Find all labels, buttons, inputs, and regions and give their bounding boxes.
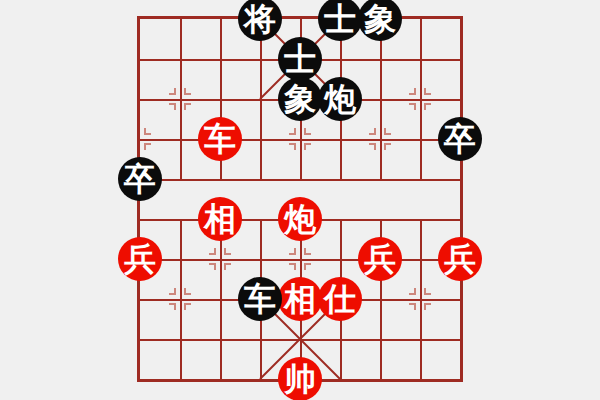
black-cannon[interactable]: 炮 [318, 77, 362, 121]
black-soldier[interactable]: 卒 [118, 157, 162, 201]
red-soldier[interactable]: 兵 [118, 237, 162, 281]
red-advisor[interactable]: 仕 [318, 277, 362, 321]
black-soldier[interactable]: 卒 [438, 117, 482, 161]
xiangqi-board: 将士象士象炮车卒卒相炮兵兵兵车相仕帅 [140, 19, 460, 379]
black-advisor[interactable]: 士 [318, 0, 362, 41]
pieces-layer: 将士象士象炮车卒卒相炮兵兵兵车相仕帅 [140, 19, 460, 379]
red-general[interactable]: 帅 [278, 357, 322, 400]
black-elephant[interactable]: 象 [358, 0, 402, 41]
black-advisor[interactable]: 士 [278, 37, 322, 81]
red-elephant[interactable]: 相 [278, 277, 322, 321]
red-chariot[interactable]: 车 [198, 117, 242, 161]
red-soldier[interactable]: 兵 [358, 237, 402, 281]
red-elephant[interactable]: 相 [198, 197, 242, 241]
xiangqi-diagram: 将士象士象炮车卒卒相炮兵兵兵车相仕帅 [0, 0, 600, 400]
red-cannon[interactable]: 炮 [278, 197, 322, 241]
black-general[interactable]: 将 [238, 0, 282, 41]
black-elephant[interactable]: 象 [278, 77, 322, 121]
red-soldier[interactable]: 兵 [438, 237, 482, 281]
black-chariot[interactable]: 车 [238, 277, 282, 321]
